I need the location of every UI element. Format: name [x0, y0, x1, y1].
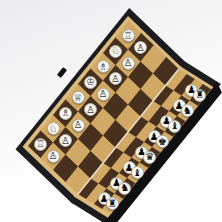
black-queen-glyph: ♛	[145, 152, 154, 162]
white-king-glyph: ♔	[86, 77, 95, 87]
white-pawn-glyph: ♙	[86, 104, 95, 114]
piece-c8-black-bishop: ♝	[131, 166, 144, 179]
piece-d1-white-queen: ♕	[72, 91, 85, 104]
piece-a2-white-pawn: ♙	[47, 150, 60, 163]
piece-c2-white-pawn: ♙	[72, 119, 85, 132]
white-knight-glyph: ♘	[111, 46, 120, 56]
white-pawn-glyph: ♙	[74, 120, 83, 130]
white-bishop-glyph: ♗	[99, 61, 108, 71]
white-pawn-glyph: ♙	[49, 151, 58, 161]
white-bishop-glyph: ♗	[61, 108, 70, 118]
piece-d8-black-queen: ♛	[143, 151, 156, 164]
white-pawn-glyph: ♙	[136, 42, 145, 52]
piece-b1-white-knight: ♘	[47, 122, 60, 135]
piece-e1-white-king: ♔	[84, 76, 97, 89]
piece-c1-white-bishop: ♗	[59, 107, 72, 120]
black-knight-glyph: ♞	[120, 183, 129, 193]
product-photo-pocket-chess-set: ♖♘♗♕♔♗♘♖♙♙♙♙♙♙♙♙♟♟♟♟♟♟♟♟♜♞♝♛♚♝♞♜	[0, 0, 222, 222]
piece-a8-black-rook: ♜	[106, 197, 119, 210]
white-rook-glyph: ♖	[36, 139, 45, 149]
piece-e8-black-king: ♚	[156, 135, 169, 148]
black-king-glyph: ♚	[158, 136, 167, 146]
piece-e2-white-pawn: ♙	[97, 88, 110, 101]
piece-g1-white-knight: ♘	[109, 45, 122, 58]
piece-g8-black-knight: ♞	[181, 104, 194, 117]
piece-g2-white-pawn: ♙	[122, 57, 135, 70]
piece-f1-white-bishop: ♗	[97, 60, 110, 73]
piece-f8-black-bishop: ♝	[168, 120, 181, 133]
white-pawn-glyph: ♙	[111, 73, 120, 83]
white-pawn-glyph: ♙	[61, 135, 70, 145]
black-bishop-glyph: ♝	[170, 121, 179, 131]
piece-b8-black-knight: ♞	[118, 182, 131, 195]
black-rook-glyph: ♜	[195, 90, 204, 100]
black-bishop-glyph: ♝	[133, 167, 142, 177]
white-pawn-glyph: ♙	[99, 89, 108, 99]
white-rook-glyph: ♖	[124, 30, 133, 40]
white-pawn-glyph: ♙	[124, 58, 133, 68]
piece-h1-white-rook: ♖	[122, 29, 135, 42]
white-knight-glyph: ♘	[49, 123, 58, 133]
black-knight-glyph: ♞	[183, 105, 192, 115]
piece-h8-black-rook: ♜	[193, 89, 206, 102]
black-rook-glyph: ♜	[108, 198, 117, 208]
piece-a1-white-rook: ♖	[34, 138, 47, 151]
white-queen-glyph: ♕	[74, 92, 83, 102]
